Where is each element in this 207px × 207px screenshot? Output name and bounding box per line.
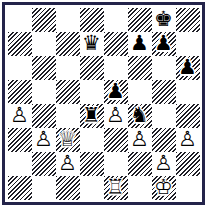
piece-black-rook-icon[interactable]: ♜♜ <box>80 104 104 128</box>
piece-white-king-icon[interactable]: ♚♔ <box>152 176 176 200</box>
square-g7[interactable]: ♟♟ <box>152 32 176 56</box>
square-a8[interactable] <box>8 8 32 32</box>
piece-glyph-layer: ♔ <box>152 176 176 200</box>
piece-glyph-layer: ♙ <box>56 152 80 176</box>
square-g1[interactable]: ♚♔ <box>152 176 176 200</box>
square-e7[interactable] <box>104 32 128 56</box>
square-c6[interactable] <box>56 56 80 80</box>
square-e8[interactable] <box>104 8 128 32</box>
square-h3[interactable]: ♟♙ <box>176 128 200 152</box>
square-c4[interactable] <box>56 104 80 128</box>
square-c8[interactable] <box>56 8 80 32</box>
square-f6[interactable] <box>128 56 152 80</box>
square-f8[interactable] <box>128 8 152 32</box>
square-c7[interactable] <box>56 32 80 56</box>
square-b2[interactable] <box>32 152 56 176</box>
square-h4[interactable] <box>176 104 200 128</box>
square-d5[interactable] <box>80 80 104 104</box>
square-e6[interactable] <box>104 56 128 80</box>
square-g4[interactable] <box>152 104 176 128</box>
square-b6[interactable] <box>32 56 56 80</box>
square-a6[interactable] <box>8 56 32 80</box>
piece-white-rook-icon[interactable]: ♜♖ <box>104 176 128 200</box>
piece-glyph-layer: ♕ <box>56 128 80 152</box>
piece-white-pawn-icon[interactable]: ♟♙ <box>152 152 176 176</box>
piece-white-pawn-icon[interactable]: ♟♙ <box>56 152 80 176</box>
square-b1[interactable] <box>32 176 56 200</box>
piece-glyph-layer: ♙ <box>32 128 56 152</box>
square-a7[interactable] <box>8 32 32 56</box>
square-a5[interactable] <box>8 80 32 104</box>
piece-glyph-layer: ♙ <box>176 128 200 152</box>
piece-glyph-layer: ♙ <box>128 128 152 152</box>
square-g2[interactable]: ♟♙ <box>152 152 176 176</box>
square-f1[interactable] <box>128 176 152 200</box>
piece-glyph-layer: ♟ <box>152 32 176 56</box>
square-h6[interactable]: ♟♟ <box>176 56 200 80</box>
square-e1[interactable]: ♜♖ <box>104 176 128 200</box>
square-a1[interactable] <box>8 176 32 200</box>
chess-board: ♚♚♛♛♟♟♟♟♟♟♟♟♟♙♜♜♟♙♞♞♟♙♛♕♟♙♟♙♟♙♟♙♜♖♚♔ <box>8 8 200 200</box>
piece-black-pawn-icon[interactable]: ♟♟ <box>104 80 128 104</box>
square-g6[interactable] <box>152 56 176 80</box>
piece-white-pawn-icon[interactable]: ♟♙ <box>104 104 128 128</box>
square-a2[interactable] <box>8 152 32 176</box>
piece-glyph-layer: ♟ <box>104 80 128 104</box>
square-h5[interactable] <box>176 80 200 104</box>
square-e4[interactable]: ♟♙ <box>104 104 128 128</box>
square-e2[interactable] <box>104 152 128 176</box>
square-d3[interactable] <box>80 128 104 152</box>
piece-white-pawn-icon[interactable]: ♟♙ <box>128 128 152 152</box>
square-a3[interactable] <box>8 128 32 152</box>
square-h2[interactable] <box>176 152 200 176</box>
square-h1[interactable] <box>176 176 200 200</box>
square-e5[interactable]: ♟♟ <box>104 80 128 104</box>
square-c2[interactable]: ♟♙ <box>56 152 80 176</box>
piece-black-pawn-icon[interactable]: ♟♟ <box>176 56 200 80</box>
square-g8[interactable]: ♚♚ <box>152 8 176 32</box>
piece-glyph-layer: ♚ <box>152 8 176 32</box>
square-d4[interactable]: ♜♜ <box>80 104 104 128</box>
chess-board-diagram: ♚♚♛♛♟♟♟♟♟♟♟♟♟♙♜♜♟♙♞♞♟♙♛♕♟♙♟♙♟♙♟♙♜♖♚♔ <box>0 0 207 207</box>
piece-glyph-layer: ♙ <box>104 104 128 128</box>
square-g3[interactable] <box>152 128 176 152</box>
piece-glyph-layer: ♟ <box>176 56 200 80</box>
piece-glyph-layer: ♖ <box>104 176 128 200</box>
square-a4[interactable]: ♟♙ <box>8 104 32 128</box>
square-f2[interactable] <box>128 152 152 176</box>
piece-glyph-layer: ♟ <box>128 32 152 56</box>
board-frame: ♚♚♛♛♟♟♟♟♟♟♟♟♟♙♜♜♟♙♞♞♟♙♛♕♟♙♟♙♟♙♟♙♜♖♚♔ <box>2 2 205 205</box>
piece-black-king-icon[interactable]: ♚♚ <box>152 8 176 32</box>
piece-white-pawn-icon[interactable]: ♟♙ <box>32 128 56 152</box>
piece-black-pawn-icon[interactable]: ♟♟ <box>128 32 152 56</box>
square-c5[interactable] <box>56 80 80 104</box>
square-b7[interactable] <box>32 32 56 56</box>
piece-glyph-layer: ♞ <box>128 104 152 128</box>
piece-black-knight-icon[interactable]: ♞♞ <box>128 104 152 128</box>
square-b5[interactable] <box>32 80 56 104</box>
piece-black-pawn-icon[interactable]: ♟♟ <box>152 32 176 56</box>
piece-glyph-layer: ♙ <box>8 104 32 128</box>
piece-glyph-layer: ♜ <box>80 104 104 128</box>
square-b4[interactable] <box>32 104 56 128</box>
piece-glyph-layer: ♛ <box>80 32 104 56</box>
square-e3[interactable] <box>104 128 128 152</box>
square-d7[interactable]: ♛♛ <box>80 32 104 56</box>
piece-black-queen-icon[interactable]: ♛♛ <box>80 32 104 56</box>
square-c3[interactable]: ♛♕ <box>56 128 80 152</box>
square-c1[interactable] <box>56 176 80 200</box>
square-f3[interactable]: ♟♙ <box>128 128 152 152</box>
square-g5[interactable] <box>152 80 176 104</box>
square-d6[interactable] <box>80 56 104 80</box>
square-d8[interactable] <box>80 8 104 32</box>
square-d2[interactable] <box>80 152 104 176</box>
square-b8[interactable] <box>32 8 56 32</box>
piece-white-pawn-icon[interactable]: ♟♙ <box>8 104 32 128</box>
square-f5[interactable] <box>128 80 152 104</box>
square-h8[interactable] <box>176 8 200 32</box>
square-f7[interactable]: ♟♟ <box>128 32 152 56</box>
piece-glyph-layer: ♙ <box>152 152 176 176</box>
piece-white-queen-icon[interactable]: ♛♕ <box>56 128 80 152</box>
square-d1[interactable] <box>80 176 104 200</box>
piece-white-pawn-icon[interactable]: ♟♙ <box>176 128 200 152</box>
square-b3[interactable]: ♟♙ <box>32 128 56 152</box>
square-h7[interactable] <box>176 32 200 56</box>
square-f4[interactable]: ♞♞ <box>128 104 152 128</box>
